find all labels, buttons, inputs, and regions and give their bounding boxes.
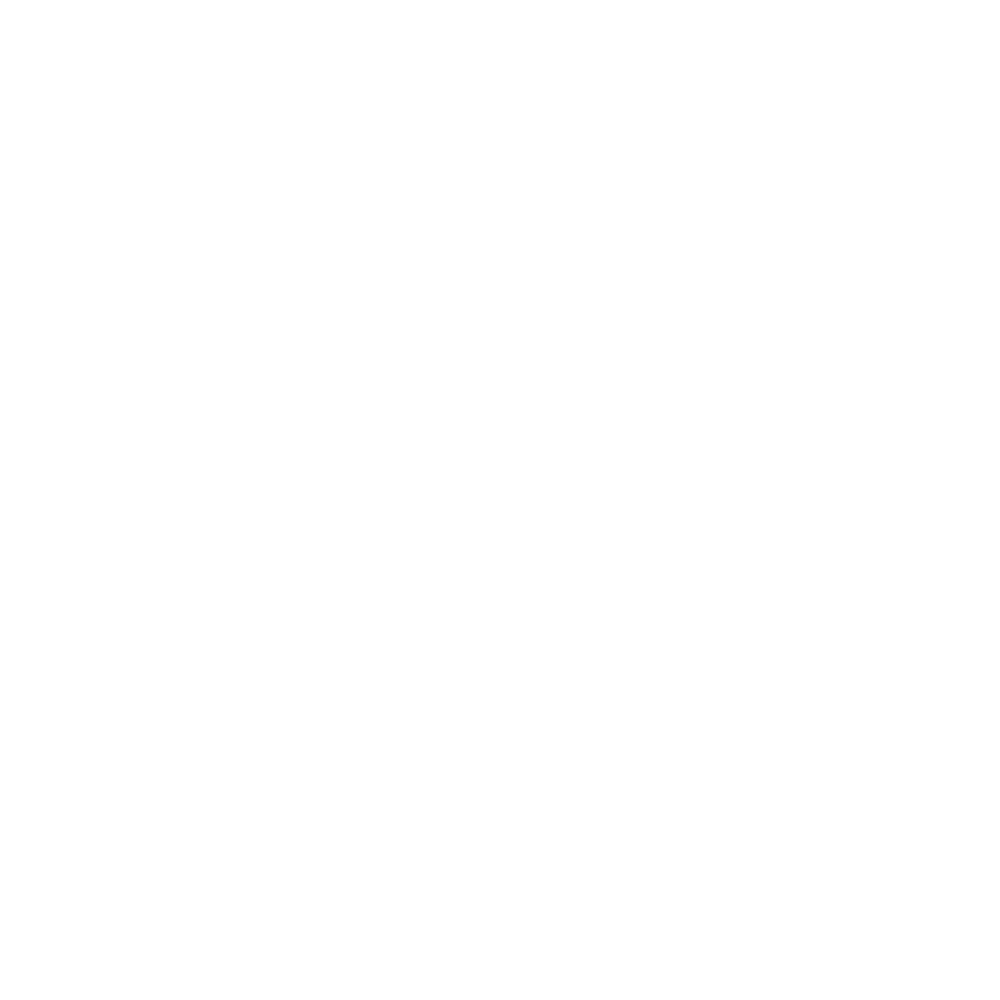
product-photo-stage [0,0,1000,1000]
chess-board-layer [0,0,1000,1000]
